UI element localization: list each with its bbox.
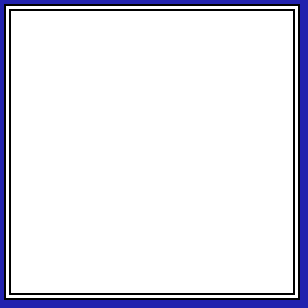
chess-app-window	[0, 0, 308, 308]
board-frame	[4, 4, 300, 300]
chess-board	[9, 9, 295, 295]
